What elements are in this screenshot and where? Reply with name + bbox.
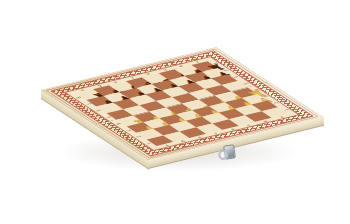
clasp-latch-icon	[223, 144, 236, 159]
product-photo-stage: 8877665544332211ааббввггддеежжзз ♜♞♝♛♚♝♞…	[0, 0, 350, 224]
